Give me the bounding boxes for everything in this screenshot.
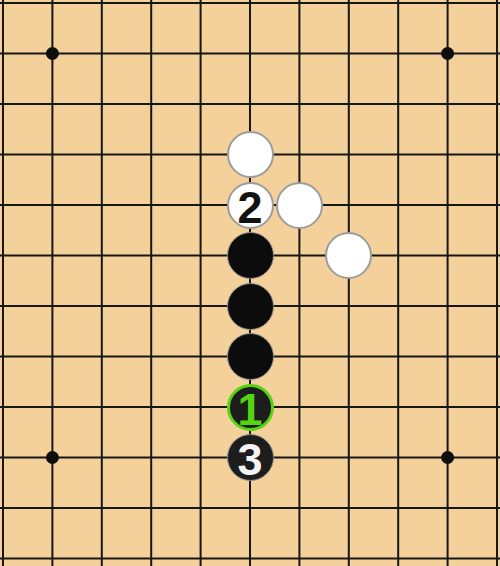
stone-white (325, 232, 372, 279)
stone-black-move-3: 3 (227, 434, 274, 481)
stone-white (227, 131, 274, 178)
stone-black (227, 232, 274, 279)
stone-white (276, 182, 323, 229)
stone-white-move-2: 2 (227, 182, 274, 229)
move-number-label: 2 (237, 185, 262, 230)
stone-black-move-1: 1 (227, 384, 274, 431)
stone-black (227, 283, 274, 330)
move-number-label: 1 (237, 387, 262, 432)
go-board[interactable]: 213 (0, 0, 500, 566)
move-number-label: 3 (237, 437, 262, 482)
stone-black (227, 333, 274, 380)
stones-layer: 213 (0, 0, 500, 566)
